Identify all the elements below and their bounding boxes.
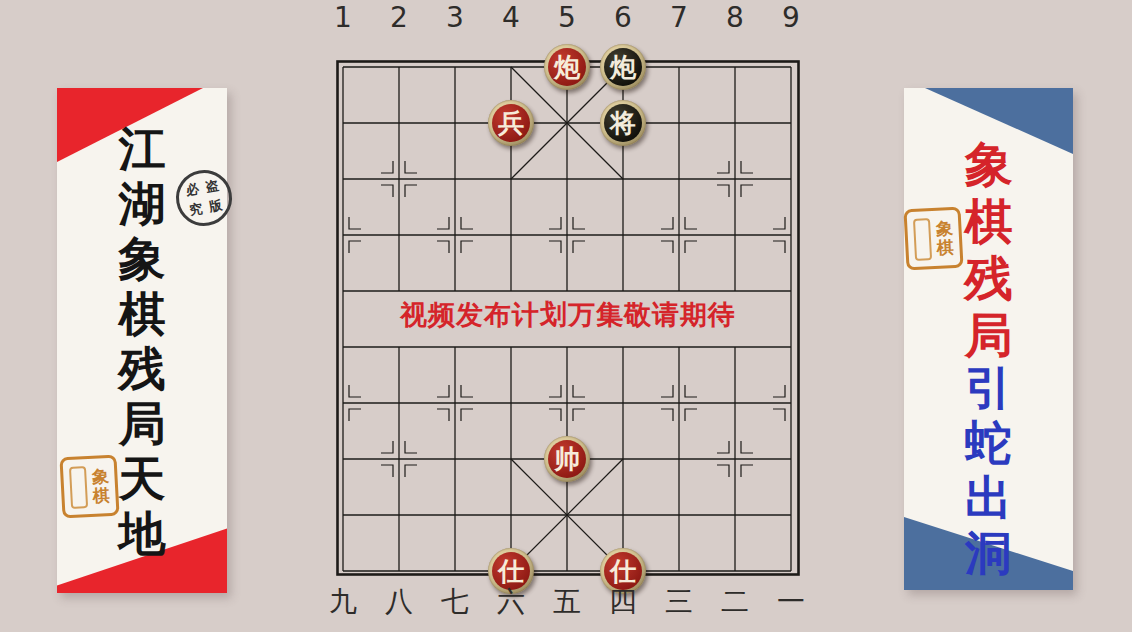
char: 湖 (119, 176, 166, 231)
scene: 123456789 视频发布计划万集敬请期待 炮炮兵将帅仕仕 九八七六五四三二一… (0, 0, 1132, 632)
xiangqi-seal-stamp: 象棋 (903, 207, 963, 271)
char: 究 (188, 202, 203, 218)
left-banner-title: 江湖象棋残局天地 (119, 121, 166, 561)
piece-red-炮[interactable]: 炮 (544, 44, 590, 90)
char: 象 (935, 218, 953, 238)
char: 棋 (119, 286, 166, 341)
file-label-top: 2 (379, 0, 419, 36)
file-labels-top: 123456789 (336, 0, 800, 36)
file-label-top: 7 (659, 0, 699, 36)
seal-text: 象棋 (91, 466, 110, 505)
seal-decoration (69, 466, 88, 509)
left-banner: 江湖象棋残局天地 必盗究版 象棋 (57, 88, 227, 593)
file-label-bottom: 三 (659, 582, 699, 622)
piece-red-兵[interactable]: 兵 (488, 100, 534, 146)
file-label-top: 5 (547, 0, 587, 36)
char: 象 (91, 466, 109, 486)
piece-glyph: 将 (604, 104, 642, 142)
piece-glyph: 炮 (548, 48, 586, 86)
char: 天 (119, 451, 166, 506)
file-label-bottom: 五 (547, 582, 587, 622)
xiangqi-board: 视频发布计划万集敬请期待 炮炮兵将帅仕仕 (336, 60, 800, 576)
char: 必 (185, 182, 200, 198)
char: 版 (208, 198, 223, 214)
file-label-bottom: 六 (491, 582, 531, 622)
file-label-bottom: 一 (771, 582, 811, 622)
piece-black-炮[interactable]: 炮 (600, 44, 646, 90)
char: 棋 (936, 237, 954, 257)
file-labels-bottom: 九八七六五四三二一 (336, 582, 800, 622)
file-label-bottom: 八 (379, 582, 419, 622)
char: 象 (965, 136, 1013, 193)
char: 蛇 (965, 415, 1012, 470)
piece-black-将[interactable]: 将 (600, 100, 646, 146)
piece-layer: 炮炮兵将帅仕仕 (315, 39, 819, 599)
file-label-bottom: 四 (603, 582, 643, 622)
file-label-top: 1 (323, 0, 363, 36)
file-label-top: 8 (715, 0, 755, 36)
char: 洞 (965, 525, 1012, 580)
seal-text: 象棋 (935, 218, 954, 257)
file-label-top: 9 (771, 0, 811, 36)
char: 局 (965, 307, 1013, 364)
char: 盗 (204, 178, 219, 194)
file-label-bottom: 二 (715, 582, 755, 622)
seal-decoration (913, 218, 932, 261)
char: 江 (119, 121, 166, 176)
file-label-top: 3 (435, 0, 475, 36)
anti-piracy-seal: 必盗究版 (172, 166, 237, 231)
piece-glyph: 帅 (548, 440, 586, 478)
file-label-top: 4 (491, 0, 531, 36)
char: 棋 (965, 193, 1013, 250)
char: 残 (119, 341, 166, 396)
char: 棋 (92, 485, 110, 505)
char: 局 (119, 396, 166, 451)
piece-red-帅[interactable]: 帅 (544, 436, 590, 482)
char: 残 (965, 250, 1013, 307)
char: 象 (119, 231, 166, 286)
char: 地 (119, 506, 166, 561)
right-banner: 象棋残局 引蛇出洞 象棋 (904, 88, 1073, 590)
char: 出 (965, 470, 1012, 525)
piece-glyph: 炮 (604, 48, 642, 86)
piece-glyph: 兵 (492, 104, 530, 142)
file-label-bottom: 九 (323, 582, 363, 622)
right-banner-title: 象棋残局 (965, 136, 1013, 364)
right-banner-subtitle: 引蛇出洞 (965, 360, 1012, 580)
xiangqi-seal-stamp: 象棋 (59, 455, 119, 519)
file-label-bottom: 七 (435, 582, 475, 622)
char: 引 (965, 360, 1012, 415)
file-label-top: 6 (603, 0, 643, 36)
